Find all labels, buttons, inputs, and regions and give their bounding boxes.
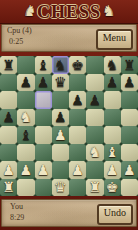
white-knight[interactable]: ♞ [20, 110, 33, 124]
square-e1[interactable] [69, 179, 86, 197]
white-pawn[interactable]: ♟ [123, 163, 136, 177]
square-a2[interactable]: ♟ [0, 161, 17, 179]
white-bishop[interactable]: ♝ [106, 145, 119, 159]
square-g5[interactable] [104, 109, 121, 127]
square-e7[interactable] [69, 74, 86, 92]
black-pawn[interactable]: ♟ [71, 93, 84, 107]
player-clock: 8:29 [10, 214, 24, 222]
square-c5[interactable] [35, 109, 52, 127]
square-h6[interactable] [121, 91, 138, 109]
square-b4[interactable]: ♝ [17, 126, 34, 144]
square-d8[interactable]: ♞ [52, 56, 69, 74]
app-screen: ♞ CHESS ♞ Cpu (4) 0:25 Menu ♜♝♞♚♞♜♟♟♛♟♟♟… [0, 0, 138, 230]
square-b8[interactable] [17, 56, 34, 74]
square-h5[interactable] [121, 109, 138, 127]
white-pawn[interactable]: ♟ [20, 163, 33, 177]
knight-icon-left: ♞ [23, 4, 36, 19]
black-rook[interactable]: ♜ [2, 58, 15, 72]
square-f8[interactable] [86, 56, 103, 74]
title-banner: ♞ CHESS ♞ [0, 0, 138, 24]
black-bishop[interactable]: ♝ [20, 128, 33, 142]
square-e8[interactable]: ♚ [69, 56, 86, 74]
square-d2[interactable] [52, 161, 69, 179]
white-pawn[interactable]: ♟ [2, 163, 15, 177]
square-h8[interactable]: ♜ [121, 56, 138, 74]
black-king[interactable]: ♚ [71, 58, 84, 72]
black-knight[interactable]: ♞ [54, 58, 67, 72]
square-b2[interactable]: ♟ [17, 161, 34, 179]
square-g7[interactable]: ♟ [104, 74, 121, 92]
square-e2[interactable]: ♟ [69, 161, 86, 179]
square-h3[interactable] [121, 144, 138, 162]
square-b6[interactable] [17, 91, 34, 109]
player-name: You [10, 203, 23, 211]
square-a4[interactable] [0, 126, 17, 144]
square-c6[interactable] [35, 91, 52, 109]
square-g4[interactable] [104, 126, 121, 144]
white-queen[interactable]: ♛ [54, 180, 67, 194]
square-f1[interactable]: ♜ [86, 179, 103, 197]
square-f7[interactable] [86, 74, 103, 92]
square-d7[interactable]: ♛ [52, 74, 69, 92]
white-pawn[interactable]: ♟ [106, 163, 119, 177]
square-e5[interactable] [69, 109, 86, 127]
white-rook[interactable]: ♜ [89, 180, 102, 194]
menu-button[interactable]: Menu [96, 29, 133, 50]
opponent-bar: Cpu (4) 0:25 Menu [1, 24, 137, 52]
square-e4[interactable] [69, 126, 86, 144]
black-rook[interactable]: ♜ [123, 58, 136, 72]
black-queen[interactable]: ♛ [54, 75, 67, 89]
square-a1[interactable]: ♜ [0, 179, 17, 197]
square-c8[interactable]: ♝ [35, 56, 52, 74]
square-a3[interactable] [0, 144, 17, 162]
white-rook[interactable]: ♜ [2, 180, 15, 194]
square-d5[interactable]: ♟ [52, 109, 69, 127]
square-g3[interactable]: ♝ [104, 144, 121, 162]
opponent-name: Cpu (4) [7, 27, 32, 35]
white-knight[interactable]: ♞ [89, 145, 102, 159]
square-h7[interactable]: ♟ [121, 74, 138, 92]
black-pawn[interactable]: ♟ [37, 75, 50, 89]
black-pawn[interactable]: ♟ [123, 75, 136, 89]
black-pawn[interactable]: ♟ [106, 75, 119, 89]
knight-icon-right: ♞ [102, 4, 115, 19]
square-f5[interactable] [86, 109, 103, 127]
square-g6[interactable] [104, 91, 121, 109]
square-b1[interactable] [17, 179, 34, 197]
square-d3[interactable] [52, 144, 69, 162]
black-bishop[interactable]: ♝ [37, 58, 50, 72]
square-g2[interactable]: ♟ [104, 161, 121, 179]
square-d6[interactable] [52, 91, 69, 109]
undo-button[interactable]: Undo [97, 204, 133, 225]
player-bar: You 8:29 Undo [1, 199, 137, 227]
square-h2[interactable]: ♟ [121, 161, 138, 179]
square-a7[interactable] [0, 74, 17, 92]
square-f2[interactable] [86, 161, 103, 179]
square-a5[interactable]: ♟ [0, 109, 17, 127]
square-a8[interactable]: ♜ [0, 56, 17, 74]
app-title: CHESS [37, 3, 101, 21]
white-king[interactable]: ♚ [106, 180, 119, 194]
square-b3[interactable] [17, 144, 34, 162]
black-pawn[interactable]: ♟ [2, 110, 15, 124]
chess-board: ♜♝♞♚♞♜♟♟♛♟♟♟♟♟♞♟♝♟♞♝♟♟♟♟♟♟♜♛♜♚ [0, 56, 138, 196]
square-g1[interactable]: ♚ [104, 179, 121, 197]
black-knight[interactable]: ♞ [106, 58, 119, 72]
square-h4[interactable] [121, 126, 138, 144]
square-f3[interactable]: ♞ [86, 144, 103, 162]
black-pawn[interactable]: ♟ [89, 93, 102, 107]
square-a6[interactable] [0, 91, 17, 109]
square-d4[interactable]: ♟ [52, 126, 69, 144]
square-c4[interactable] [35, 126, 52, 144]
square-f6[interactable]: ♟ [86, 91, 103, 109]
opponent-clock: 0:25 [9, 38, 23, 46]
square-f4[interactable] [86, 126, 103, 144]
square-c2[interactable]: ♟ [35, 161, 52, 179]
black-pawn[interactable]: ♟ [20, 75, 33, 89]
square-g8[interactable]: ♞ [104, 56, 121, 74]
white-pawn[interactable]: ♟ [54, 128, 67, 142]
square-b7[interactable]: ♟ [17, 74, 34, 92]
white-pawn[interactable]: ♟ [37, 163, 50, 177]
square-e6[interactable]: ♟ [69, 91, 86, 109]
square-c7[interactable]: ♟ [35, 74, 52, 92]
square-c1[interactable] [35, 179, 52, 197]
square-h1[interactable] [121, 179, 138, 197]
black-pawn[interactable]: ♟ [54, 110, 67, 124]
square-b5[interactable]: ♞ [17, 109, 34, 127]
white-pawn[interactable]: ♟ [71, 163, 84, 177]
square-e3[interactable] [69, 144, 86, 162]
square-d1[interactable]: ♛ [52, 179, 69, 197]
square-c3[interactable] [35, 144, 52, 162]
